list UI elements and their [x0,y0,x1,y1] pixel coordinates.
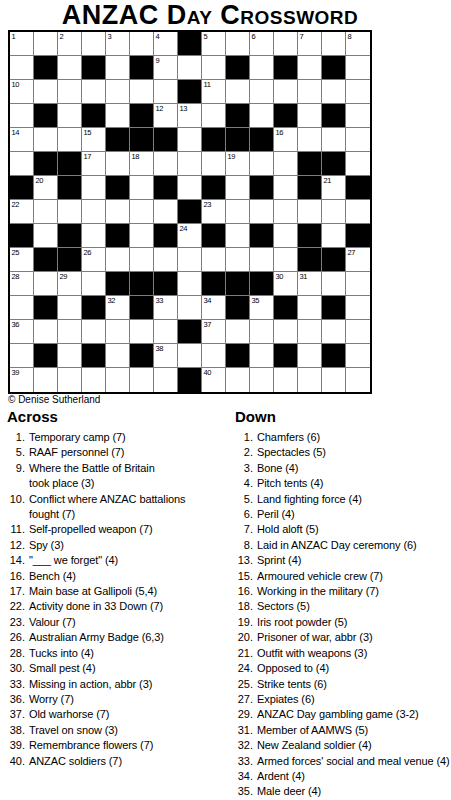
grid-cell-r2c9[interactable] [202,56,226,80]
black-cell-r10c3 [58,248,82,272]
grid-cell-r5c14[interactable] [322,128,346,152]
grid-cell-r15c5[interactable] [106,368,130,392]
clue-number: 17. [5,584,25,599]
black-cell-r6c14 [322,152,346,176]
black-cell-r5c7 [154,128,178,152]
grid-cell-r6c8[interactable] [178,152,202,176]
grid-cell-r15c2[interactable] [34,368,58,392]
grid-cell-r3c6[interactable] [130,80,154,104]
grid-cell-r13c2[interactable] [34,320,58,344]
copyright-notice: © Denise Sutherland [8,394,100,405]
across-clue-12: 12.Spy (3) [5,538,233,553]
cell-number: 25 [12,249,20,257]
clue-number: 33. [5,677,25,692]
cell-number: 7 [300,33,304,41]
grid-cell-r5c2[interactable] [34,128,58,152]
grid-cell-r10c5[interactable] [106,248,130,272]
clue-text: Pitch tents (4) [257,476,323,491]
clue-number: 11. [5,522,25,537]
cell-number: 21 [324,177,332,185]
grid-cell-r6c4[interactable]: 17 [82,152,106,176]
cell-number: 4 [156,33,160,41]
grid-cell-r8c3[interactable] [58,200,82,224]
clue-text: Chamfers (6) [257,430,320,445]
grid-cell-r3c10[interactable] [226,80,250,104]
clue-text: ANZAC Day gambling game (3-2) [257,707,419,722]
grid-cell-r11c4[interactable] [82,272,106,296]
grid-cell-r6c5[interactable] [106,152,130,176]
clue-text: Main base at Gallipoli (5,4) [29,584,157,599]
black-cell-r14c6 [130,344,154,368]
black-cell-r10c14 [322,248,346,272]
grid-cell-r8c2[interactable] [34,200,58,224]
cell-number: 27 [348,249,356,257]
black-cell-r12c14 [322,296,346,320]
black-cell-r7c7 [154,176,178,200]
grid-cell-r11c12[interactable]: 30 [274,272,298,296]
clue-text: Valour (7) [29,615,75,630]
grid-cell-r3c12[interactable] [274,80,298,104]
grid-cell-r15c1[interactable]: 39 [10,368,34,392]
grid-cell-r3c4[interactable] [82,80,106,104]
grid-cell-r14c3[interactable] [58,344,82,368]
cell-number: 5 [204,33,208,41]
grid-cell-r3c13[interactable] [298,80,322,104]
grid-cell-r3c11[interactable] [250,80,274,104]
clue-number: 39. [5,738,25,753]
grid-cell-r1c5[interactable]: 3 [106,32,130,56]
black-cell-r11c5 [106,272,130,296]
down-clues-section: Down 1.Chamfers (6)2.Spectacles (5)3.Bon… [233,409,451,800]
grid-cell-r3c15[interactable] [346,80,370,104]
grid-cell-r9c14[interactable] [322,224,346,248]
down-clue-1: 1.Chamfers (6) [233,430,451,445]
grid-cell-r11c2[interactable] [34,272,58,296]
cell-number: 26 [84,249,92,257]
grid-cell-r12c9[interactable]: 34 [202,296,226,320]
grid-cell-r9c10[interactable] [226,224,250,248]
cell-number: 32 [108,297,116,305]
black-cell-r5c11 [250,128,274,152]
grid-cell-r15c15[interactable] [346,368,370,392]
grid-cell-r7c14[interactable]: 21 [322,176,346,200]
down-clue-25: 25.Strike tents (6) [233,677,451,692]
down-clue-21: 21.Outfit with weapons (3) [233,646,451,661]
grid-cell-r3c7[interactable] [154,80,178,104]
across-clue-39: 39.Remembrance flowers (7) [5,738,233,753]
grid-cell-r13c11[interactable] [250,320,274,344]
clue-text: Sprint (4) [257,553,301,568]
down-clue-8: 8.Laid in ANZAC Day ceremony (6) [233,538,451,553]
grid-cell-r1c14[interactable] [322,32,346,56]
grid-cell-r1c12[interactable] [274,32,298,56]
grid-cell-r8c11[interactable] [250,200,274,224]
grid-cell-r11c15[interactable] [346,272,370,296]
clue-number: 36. [5,692,25,707]
grid-cell-r8c7[interactable] [154,200,178,224]
grid-cell-r6c11[interactable] [250,152,274,176]
grid-cell-r10c1[interactable]: 25 [10,248,34,272]
grid-cell-r5c3[interactable] [58,128,82,152]
grid-cell-r7c10[interactable] [226,176,250,200]
black-cell-r2c2 [34,56,58,80]
grid-cell-r1c11[interactable]: 6 [250,32,274,56]
grid-cell-r13c7[interactable] [154,320,178,344]
down-clue-18: 18.Sectors (5) [233,599,451,614]
black-cell-r12c4 [82,296,106,320]
grid-cell-r1c1[interactable]: 1 [10,32,34,56]
grid-cell-r12c13[interactable] [298,296,322,320]
grid-cell-r8c9[interactable]: 23 [202,200,226,224]
clue-text: Bone (4) [257,461,298,476]
grid-cell-r13c15[interactable] [346,320,370,344]
clue-number: 7. [233,522,253,537]
grid-cell-r3c5[interactable] [106,80,130,104]
grid-cell-r10c8[interactable] [178,248,202,272]
clue-number: 20. [233,630,253,645]
black-cell-r9c9 [202,224,226,248]
grid-cell-r14c7[interactable]: 38 [154,344,178,368]
black-cell-r6c2 [34,152,58,176]
grid-cell-r12c15[interactable] [346,296,370,320]
clue-text: Laid in ANZAC Day ceremony (6) [257,538,417,553]
grid-cell-r1c7[interactable]: 4 [154,32,178,56]
grid-cell-r15c9[interactable]: 40 [202,368,226,392]
across-clue-1: 1.Temporary camp (7) [5,430,233,445]
clue-number: 14. [5,553,25,568]
clue-text: New Zealand soldier (4) [257,738,371,753]
clue-text: Opposed to (4) [257,661,329,676]
black-cell-r4c10 [226,104,250,128]
across-clue-14: 14."___ we forget" (4) [5,553,233,568]
grid-cell-r10c7[interactable] [154,248,178,272]
grid-cell-r1c3[interactable]: 2 [58,32,82,56]
grid-cell-r15c6[interactable] [130,368,154,392]
grid-cell-r12c11[interactable]: 35 [250,296,274,320]
grid-cell-r5c1[interactable]: 14 [10,128,34,152]
clue-number: 26. [5,630,25,645]
clue-text: Travel on snow (3) [29,723,118,738]
black-cell-r5c5 [106,128,130,152]
down-clue-2: 2.Spectacles (5) [233,445,451,460]
grid-cell-r13c13[interactable] [298,320,322,344]
grid-cell-r4c1[interactable] [10,104,34,128]
black-cell-r15c8 [178,368,202,392]
clue-text: Missing in action, abbr (3) [29,677,152,692]
grid-cell-r4c11[interactable] [250,104,274,128]
grid-cell-r15c3[interactable] [58,368,82,392]
down-clue-list: 1.Chamfers (6)2.Spectacles (5)3.Bone (4)… [233,430,451,800]
black-cell-r2c4 [82,56,106,80]
black-cell-r2c12 [274,56,298,80]
grid-cell-r3c9[interactable]: 11 [202,80,226,104]
down-clue-34: 34.Ardent (4) [233,769,451,784]
clue-number: 15. [233,569,253,584]
grid-cell-r7c8[interactable] [178,176,202,200]
grid-cell-r4c9[interactable] [202,104,226,128]
cell-number: 14 [12,129,20,137]
grid-cell-r12c3[interactable] [58,296,82,320]
clue-text: ANZAC soldiers (7) [29,754,122,769]
grid-cell-r6c10[interactable]: 19 [226,152,250,176]
cell-number: 23 [204,201,212,209]
grid-cell-r7c6[interactable] [130,176,154,200]
grid-cell-r2c7[interactable]: 9 [154,56,178,80]
down-clue-19: 19.Iris root powder (5) [233,615,451,630]
grid-cell-r9c2[interactable] [34,224,58,248]
black-cell-r5c10 [226,128,250,152]
grid-cell-r15c11[interactable] [250,368,274,392]
grid-cell-r4c7[interactable]: 12 [154,104,178,128]
cell-number: 22 [12,201,20,209]
grid-cell-r1c15[interactable]: 8 [346,32,370,56]
black-cell-r4c14 [322,104,346,128]
black-cell-r6c3 [58,152,82,176]
black-cell-r2c6 [130,56,154,80]
grid-cell-r15c13[interactable] [298,368,322,392]
cell-number: 35 [252,297,260,305]
grid-cell-r8c12[interactable] [274,200,298,224]
grid-cell-r15c12[interactable] [274,368,298,392]
black-cell-r5c9 [202,128,226,152]
grid-cell-r12c7[interactable]: 33 [154,296,178,320]
grid-cell-r7c12[interactable] [274,176,298,200]
grid-cell-r3c1[interactable]: 10 [10,80,34,104]
down-clue-31: 31.Member of AAMWS (5) [233,723,451,738]
grid-cell-r13c14[interactable] [322,320,346,344]
grid-cell-r3c2[interactable] [34,80,58,104]
grid-cell-r3c3[interactable] [58,80,82,104]
cell-number: 38 [156,345,164,353]
grid-cell-r14c9[interactable] [202,344,226,368]
grid-cell-r14c15[interactable] [346,344,370,368]
clue-text: Where the Battle of Britain took place (… [29,461,155,492]
down-clue-27: 27.Expiates (6) [233,692,451,707]
clue-number: 3. [233,461,253,476]
cell-number: 37 [204,321,212,329]
grid-cell-r10c12[interactable] [274,248,298,272]
clue-text: Hold aloft (5) [257,522,319,537]
clue-text: Old warhorse (7) [29,707,109,722]
grid-cell-r5c15[interactable] [346,128,370,152]
grid-cell-r1c10[interactable] [226,32,250,56]
grid-cell-r8c6[interactable] [130,200,154,224]
black-cell-r14c2 [34,344,58,368]
grid-cell-r2c15[interactable] [346,56,370,80]
grid-cell-r6c6[interactable]: 18 [130,152,154,176]
grid-cell-r12c8[interactable] [178,296,202,320]
clue-text: Sectors (5) [257,599,310,614]
cell-number: 20 [36,177,44,185]
grid-cell-r1c13[interactable]: 7 [298,32,322,56]
cell-number: 40 [204,369,212,377]
grid-cell-r6c1[interactable] [10,152,34,176]
across-clue-23: 23.Valour (7) [5,615,233,630]
across-clue-38: 38.Travel on snow (3) [5,723,233,738]
black-cell-r7c13 [298,176,322,200]
black-cell-r2c10 [226,56,250,80]
black-cell-r12c10 [226,296,250,320]
black-cell-r13c8 [178,320,202,344]
clue-text: Iris root powder (5) [257,615,347,630]
grid-cell-r10c10[interactable] [226,248,250,272]
across-clue-list: 1.Temporary camp (7)5.RAAF personnel (7)… [5,430,233,769]
cell-number: 24 [180,225,188,233]
grid-cell-r10c6[interactable] [130,248,154,272]
black-cell-r9c15 [346,224,370,248]
grid-cell-r5c13[interactable] [298,128,322,152]
grid-cell-r11c8[interactable] [178,272,202,296]
clue-number: 4. [233,476,253,491]
grid-cell-r4c8[interactable]: 13 [178,104,202,128]
grid-cell-r14c11[interactable] [250,344,274,368]
grid-cell-r13c9[interactable]: 37 [202,320,226,344]
grid-cell-r4c5[interactable] [106,104,130,128]
grid-cell-r13c10[interactable] [226,320,250,344]
cell-number: 28 [12,273,20,281]
grid-cell-r6c15[interactable] [346,152,370,176]
grid-cell-r10c15[interactable]: 27 [346,248,370,272]
cell-number: 36 [12,321,20,329]
grid-cell-r5c4[interactable]: 15 [82,128,106,152]
clue-text: Worry (7) [29,692,74,707]
grid-cell-r8c13[interactable] [298,200,322,224]
grid-cell-r15c7[interactable] [154,368,178,392]
cell-number: 6 [252,33,256,41]
grid-cell-r8c1[interactable]: 22 [10,200,34,224]
grid-cell-r15c14[interactable] [322,368,346,392]
across-heading: Across [7,409,233,425]
clue-number: 5. [233,492,253,507]
across-clue-16: 16.Bench (4) [5,569,233,584]
across-clue-40: 40.ANZAC soldiers (7) [5,754,233,769]
grid-cell-r2c5[interactable] [106,56,130,80]
grid-cell-r15c10[interactable] [226,368,250,392]
grid-cell-r12c1[interactable] [10,296,34,320]
cell-number: 10 [12,81,20,89]
grid-cell-r9c12[interactable] [274,224,298,248]
down-clue-5: 5.Land fighting force (4) [233,492,451,507]
grid-cell-r7c4[interactable] [82,176,106,200]
grid-cell-r2c8[interactable] [178,56,202,80]
grid-cell-r8c14[interactable] [322,200,346,224]
grid-cell-r8c10[interactable] [226,200,250,224]
grid-cell-r5c12[interactable]: 16 [274,128,298,152]
down-clue-20: 20.Prisoner of war, abbr (3) [233,630,451,645]
grid-cell-r10c9[interactable] [202,248,226,272]
grid-cell-r4c15[interactable] [346,104,370,128]
grid-cell-r10c4[interactable]: 26 [82,248,106,272]
grid-cell-r2c1[interactable] [10,56,34,80]
black-cell-r7c15 [346,176,370,200]
clue-number: 13. [233,553,253,568]
grid-cell-r13c6[interactable] [130,320,154,344]
grid-cell-r2c11[interactable] [250,56,274,80]
grid-cell-r14c13[interactable] [298,344,322,368]
clue-number: 22. [5,599,25,614]
clue-text: Spy (3) [29,538,64,553]
grid-cell-r9c4[interactable] [82,224,106,248]
grid-cell-r14c5[interactable] [106,344,130,368]
down-clue-4: 4.Pitch tents (4) [233,476,451,491]
black-cell-r9c7 [154,224,178,248]
grid-cell-r2c3[interactable] [58,56,82,80]
grid-cell-r9c6[interactable] [130,224,154,248]
grid-cell-r4c13[interactable] [298,104,322,128]
cell-number: 17 [84,153,92,161]
grid-cell-r6c9[interactable] [202,152,226,176]
grid-cell-r13c5[interactable] [106,320,130,344]
grid-cell-r1c9[interactable]: 5 [202,32,226,56]
grid-cell-r7c2[interactable]: 20 [34,176,58,200]
clue-number: 1. [5,430,25,445]
grid-cell-r11c1[interactable]: 28 [10,272,34,296]
grid-cell-r13c12[interactable] [274,320,298,344]
grid-cell-r14c1[interactable] [10,344,34,368]
clue-number: 16. [5,569,25,584]
grid-cell-r2c13[interactable] [298,56,322,80]
black-cell-r6c13 [298,152,322,176]
black-cell-r9c13 [298,224,322,248]
clue-text: Expiates (6) [257,692,315,707]
black-cell-r8c8 [178,200,202,224]
black-cell-r14c14 [322,344,346,368]
grid-cell-r1c2[interactable] [34,32,58,56]
clue-text: Self-propelled weapon (7) [29,522,152,537]
across-clues-section: Across 1.Temporary camp (7)5.RAAF person… [5,409,233,800]
across-clue-33: 33.Missing in action, abbr (3) [5,677,233,692]
grid-cell-r11c13[interactable]: 31 [298,272,322,296]
grid-cell-r13c1[interactable]: 36 [10,320,34,344]
grid-cell-r13c4[interactable] [82,320,106,344]
clue-number: 29. [233,707,253,722]
grid-cell-r15c4[interactable] [82,368,106,392]
grid-cell-r10c11[interactable] [250,248,274,272]
grid-cell-r14c8[interactable] [178,344,202,368]
grid-cell-r4c3[interactable] [58,104,82,128]
black-cell-r4c2 [34,104,58,128]
clue-text: Male deer (4) [257,784,321,799]
grid-cell-r8c15[interactable] [346,200,370,224]
down-clue-3: 3.Bone (4) [233,461,451,476]
clue-number: 24. [233,661,253,676]
clue-text: Armed forces' social and meal venue (4) [257,754,450,769]
grid-cell-r5c8[interactable] [178,128,202,152]
grid-cell-r11c14[interactable] [322,272,346,296]
clue-text: Bench (4) [29,569,76,584]
black-cell-r5c6 [130,128,154,152]
grid-cell-r1c4[interactable] [82,32,106,56]
clue-text: Prisoner of war, abbr (3) [257,630,373,645]
clue-number: 9. [5,461,25,492]
across-clue-22: 22.Activity done in 33 Down (7) [5,599,233,614]
grid-cell-r6c7[interactable] [154,152,178,176]
clue-number: 10. [5,492,25,523]
grid-cell-r11c3[interactable]: 29 [58,272,82,296]
clue-number: 18. [233,599,253,614]
grid-cell-r8c4[interactable] [82,200,106,224]
clue-number: 37. [5,707,25,722]
down-clue-15: 15.Armoured vehicle crew (7) [233,569,451,584]
grid-cell-r12c5[interactable]: 32 [106,296,130,320]
grid-cell-r13c3[interactable] [58,320,82,344]
grid-cell-r6c12[interactable] [274,152,298,176]
grid-cell-r8c5[interactable] [106,200,130,224]
grid-cell-r1c6[interactable] [130,32,154,56]
clue-text: Member of AAMWS (5) [257,723,368,738]
grid-cell-r9c8[interactable]: 24 [178,224,202,248]
grid-cell-r3c14[interactable] [322,80,346,104]
